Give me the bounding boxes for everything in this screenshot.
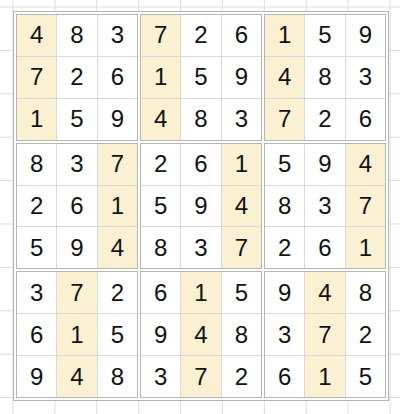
cell-r2c5[interactable]: 5	[181, 57, 220, 98]
cell-r7c4[interactable]: 6	[141, 272, 180, 313]
cell-r4c7[interactable]: 5	[265, 144, 304, 185]
cell-r4c3[interactable]: 7	[98, 144, 137, 185]
cell-r4c6[interactable]: 1	[222, 144, 261, 185]
cell-r6c9[interactable]: 1	[346, 227, 385, 268]
cell-r2c7[interactable]: 4	[265, 57, 304, 98]
cell-r7c3[interactable]: 2	[98, 272, 137, 313]
cell-r8c1[interactable]: 6	[17, 314, 56, 355]
cell-r9c4[interactable]: 3	[141, 356, 180, 397]
cell-r7c8[interactable]: 4	[305, 272, 344, 313]
cell-r7c7[interactable]: 9	[265, 272, 304, 313]
cell-r4c8[interactable]: 9	[305, 144, 344, 185]
cell-r3c1[interactable]: 1	[17, 99, 56, 140]
cell-r1c2[interactable]: 8	[57, 15, 96, 56]
cell-r6c1[interactable]: 5	[17, 227, 56, 268]
cell-r7c5[interactable]: 1	[181, 272, 220, 313]
box-band3-stack1: 372615948	[16, 271, 138, 398]
cell-r4c5[interactable]: 6	[181, 144, 220, 185]
box-band2-stack3: 594837261	[264, 143, 386, 270]
box-band1-stack2: 726159483	[140, 14, 262, 141]
cell-r9c6[interactable]: 2	[222, 356, 261, 397]
cell-r6c8[interactable]: 6	[305, 227, 344, 268]
cell-r3c2[interactable]: 5	[57, 99, 96, 140]
cell-r5c2[interactable]: 6	[57, 186, 96, 227]
cell-r3c3[interactable]: 9	[98, 99, 137, 140]
cell-r5c8[interactable]: 3	[305, 186, 344, 227]
cell-r6c2[interactable]: 9	[57, 227, 96, 268]
box-band3-stack2: 615948372	[140, 271, 262, 398]
cell-r1c4[interactable]: 7	[141, 15, 180, 56]
box-band1-stack3: 159483726	[264, 14, 386, 141]
cell-r7c9[interactable]: 8	[346, 272, 385, 313]
cell-r8c4[interactable]: 9	[141, 314, 180, 355]
cell-r2c8[interactable]: 8	[305, 57, 344, 98]
cell-r1c6[interactable]: 6	[222, 15, 261, 56]
cell-r7c1[interactable]: 3	[17, 272, 56, 313]
box-band2-stack2: 261594837	[140, 143, 262, 270]
cell-r4c1[interactable]: 8	[17, 144, 56, 185]
cell-r9c9[interactable]: 5	[346, 356, 385, 397]
cell-r3c5[interactable]: 8	[181, 99, 220, 140]
cell-r3c7[interactable]: 7	[265, 99, 304, 140]
cell-r3c4[interactable]: 4	[141, 99, 180, 140]
cell-r7c6[interactable]: 5	[222, 272, 261, 313]
cell-r6c7[interactable]: 2	[265, 227, 304, 268]
cell-r5c1[interactable]: 2	[17, 186, 56, 227]
cell-r3c6[interactable]: 3	[222, 99, 261, 140]
cell-r2c6[interactable]: 9	[222, 57, 261, 98]
cell-r1c7[interactable]: 1	[265, 15, 304, 56]
cell-r2c4[interactable]: 1	[141, 57, 180, 98]
cell-r2c2[interactable]: 2	[57, 57, 96, 98]
cell-r5c4[interactable]: 5	[141, 186, 180, 227]
cell-r2c3[interactable]: 6	[98, 57, 137, 98]
cell-r2c1[interactable]: 7	[17, 57, 56, 98]
cell-r1c9[interactable]: 9	[346, 15, 385, 56]
cell-r8c8[interactable]: 7	[305, 314, 344, 355]
cell-r8c9[interactable]: 2	[346, 314, 385, 355]
cell-r5c7[interactable]: 8	[265, 186, 304, 227]
box-band3-stack3: 948372615	[264, 271, 386, 398]
cell-r6c4[interactable]: 8	[141, 227, 180, 268]
cell-r9c8[interactable]: 1	[305, 356, 344, 397]
cell-r3c8[interactable]: 2	[305, 99, 344, 140]
cell-r1c8[interactable]: 5	[305, 15, 344, 56]
cell-r5c9[interactable]: 7	[346, 186, 385, 227]
cell-r1c3[interactable]: 3	[98, 15, 137, 56]
cell-r8c5[interactable]: 4	[181, 314, 220, 355]
cell-r4c4[interactable]: 2	[141, 144, 180, 185]
spreadsheet-background: 4837261597261594831594837268372615942615…	[0, 0, 400, 414]
cell-r9c7[interactable]: 6	[265, 356, 304, 397]
cell-r8c2[interactable]: 1	[57, 314, 96, 355]
cell-r6c3[interactable]: 4	[98, 227, 137, 268]
cell-r6c5[interactable]: 3	[181, 227, 220, 268]
cell-r3c9[interactable]: 6	[346, 99, 385, 140]
cell-r8c3[interactable]: 5	[98, 314, 137, 355]
cell-r9c2[interactable]: 4	[57, 356, 96, 397]
cell-r5c5[interactable]: 9	[181, 186, 220, 227]
cell-r7c2[interactable]: 7	[57, 272, 96, 313]
cell-r5c6[interactable]: 4	[222, 186, 261, 227]
cell-r1c5[interactable]: 2	[181, 15, 220, 56]
box-band1-stack1: 483726159	[16, 14, 138, 141]
cell-r9c3[interactable]: 8	[98, 356, 137, 397]
cell-r5c3[interactable]: 1	[98, 186, 137, 227]
cell-r9c5[interactable]: 7	[181, 356, 220, 397]
cell-r2c9[interactable]: 3	[346, 57, 385, 98]
cell-r9c1[interactable]: 9	[17, 356, 56, 397]
cell-r1c1[interactable]: 4	[17, 15, 56, 56]
cell-r8c6[interactable]: 8	[222, 314, 261, 355]
cell-r6c6[interactable]: 7	[222, 227, 261, 268]
sudoku-board: 4837261597261594831594837268372615942615…	[13, 11, 389, 401]
cell-r4c2[interactable]: 3	[57, 144, 96, 185]
cell-r8c7[interactable]: 3	[265, 314, 304, 355]
cell-r4c9[interactable]: 4	[346, 144, 385, 185]
box-band2-stack1: 837261594	[16, 143, 138, 270]
